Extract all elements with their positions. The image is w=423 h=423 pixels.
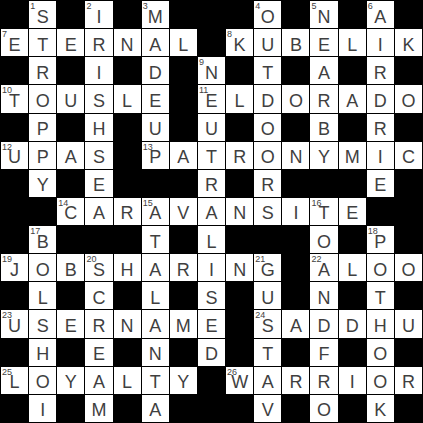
block-cell xyxy=(226,170,253,197)
grid-cell[interactable]: B xyxy=(57,254,84,281)
grid-cell[interactable]: I xyxy=(339,367,366,394)
cell-letter: I xyxy=(40,401,45,419)
clue-number: 22 xyxy=(311,254,321,264)
cell-letter: O xyxy=(373,261,387,279)
grid-cell[interactable]: T xyxy=(142,367,169,394)
block-cell xyxy=(254,226,281,253)
block-cell xyxy=(170,1,197,28)
grid-cell[interactable]: T xyxy=(254,339,281,366)
cell-letter: T xyxy=(375,289,386,307)
grid-cell[interactable]: R xyxy=(85,29,112,56)
block-cell xyxy=(114,282,141,309)
block-cell xyxy=(395,170,422,197)
cell-letter: B xyxy=(65,261,77,279)
block-cell xyxy=(57,1,84,28)
grid-cell[interactable]: E xyxy=(142,85,169,112)
grid-cell[interactable]: D xyxy=(198,339,225,366)
grid-cell[interactable]: N xyxy=(310,282,337,309)
block-cell xyxy=(282,226,309,253)
cell-letter: K xyxy=(374,401,386,419)
cell-letter: V xyxy=(262,401,274,419)
cell-letter: U xyxy=(261,36,274,54)
grid-cell[interactable]: R xyxy=(85,310,112,337)
cell-letter: R xyxy=(261,176,274,194)
grid-cell[interactable]: H xyxy=(367,310,394,337)
grid-cell[interactable]: L xyxy=(114,85,141,112)
grid-cell[interactable]: Y xyxy=(29,170,56,197)
grid-cell[interactable]: 1S xyxy=(29,1,56,28)
cell-letter: R xyxy=(289,373,302,391)
grid-cell[interactable]: E xyxy=(57,310,84,337)
cell-letter: N xyxy=(121,317,134,335)
grid-cell[interactable]: O xyxy=(310,395,337,422)
grid-cell[interactable]: V xyxy=(254,395,281,422)
cell-letter: O xyxy=(36,92,50,110)
grid-cell[interactable]: S xyxy=(85,85,112,112)
grid-cell[interactable]: R xyxy=(114,198,141,225)
grid-cell[interactable]: K xyxy=(367,395,394,422)
grid-cell[interactable]: R xyxy=(367,57,394,84)
clue-number: 25 xyxy=(2,367,12,377)
grid-cell[interactable]: R xyxy=(170,254,197,281)
block-cell xyxy=(57,57,84,84)
cell-letter: S xyxy=(205,289,217,307)
cell-letter: S xyxy=(262,204,274,222)
grid-cell[interactable]: O xyxy=(254,114,281,141)
cell-letter: S xyxy=(93,92,105,110)
cell-letter: S xyxy=(37,317,49,335)
clue-number: 7 xyxy=(2,29,7,39)
grid-cell[interactable]: O xyxy=(395,85,422,112)
grid-cell[interactable]: A xyxy=(282,310,309,337)
grid-cell[interactable]: R xyxy=(310,85,337,112)
cell-letter: E xyxy=(93,345,105,363)
grid-cell[interactable]: N xyxy=(226,198,253,225)
block-cell xyxy=(114,226,141,253)
cell-letter: K xyxy=(234,36,246,54)
grid-cell[interactable]: R xyxy=(310,367,337,394)
block-cell xyxy=(170,114,197,141)
block-cell xyxy=(339,114,366,141)
grid-cell[interactable]: O xyxy=(367,339,394,366)
grid-cell[interactable]: O xyxy=(254,142,281,169)
grid-cell[interactable]: I xyxy=(282,198,309,225)
cell-letter: Y xyxy=(65,373,77,391)
block-cell xyxy=(170,282,197,309)
cell-letter: F xyxy=(319,345,330,363)
block-cell xyxy=(198,367,225,394)
grid-cell[interactable]: C xyxy=(395,142,422,169)
grid-cell[interactable]: 23U xyxy=(1,310,28,337)
grid-cell[interactable]: N xyxy=(114,310,141,337)
block-cell xyxy=(57,395,84,422)
cell-letter: E xyxy=(93,176,105,194)
grid-cell[interactable]: N xyxy=(282,142,309,169)
grid-cell[interactable]: E xyxy=(85,170,112,197)
cell-letter: N xyxy=(233,204,246,222)
grid-cell[interactable]: M xyxy=(85,395,112,422)
grid-cell[interactable]: U xyxy=(142,114,169,141)
grid-cell[interactable]: N xyxy=(226,254,253,281)
grid-cell[interactable]: H xyxy=(29,339,56,366)
grid-cell[interactable]: Y xyxy=(170,367,197,394)
clue-number: 18 xyxy=(368,226,378,236)
cell-letter: P xyxy=(37,120,49,138)
grid-cell[interactable]: M xyxy=(339,142,366,169)
grid-cell[interactable]: I xyxy=(29,395,56,422)
grid-cell[interactable]: M xyxy=(170,310,197,337)
cell-letter: L xyxy=(122,373,132,391)
cell-letter: U xyxy=(261,289,274,307)
grid-cell[interactable]: T xyxy=(29,29,56,56)
grid-cell[interactable]: V xyxy=(170,198,197,225)
block-cell xyxy=(282,114,309,141)
cell-letter: M xyxy=(345,148,360,166)
block-cell xyxy=(395,1,422,28)
grid-cell[interactable]: O xyxy=(282,85,309,112)
cell-letter: O xyxy=(36,261,50,279)
block-cell xyxy=(57,226,84,253)
grid-cell[interactable]: U xyxy=(254,282,281,309)
grid-cell[interactable]: E xyxy=(310,29,337,56)
grid-cell[interactable]: 19J xyxy=(1,254,28,281)
cell-letter: A xyxy=(318,64,330,82)
grid-cell[interactable]: O xyxy=(367,254,394,281)
grid-cell[interactable]: U xyxy=(254,29,281,56)
cell-letter: E xyxy=(205,317,217,335)
block-cell xyxy=(339,1,366,28)
cell-letter: O xyxy=(289,92,303,110)
grid-cell[interactable]: L xyxy=(339,254,366,281)
grid-cell[interactable]: 12U xyxy=(1,142,28,169)
cell-letter: E xyxy=(149,92,161,110)
grid-cell[interactable]: E xyxy=(198,310,225,337)
cell-letter: A xyxy=(346,92,358,110)
cell-letter: D xyxy=(346,317,359,335)
cell-letter: L xyxy=(122,92,132,110)
cell-letter: D xyxy=(318,317,331,335)
block-cell xyxy=(57,114,84,141)
block-cell xyxy=(198,1,225,28)
grid-cell[interactable]: 24S xyxy=(254,310,281,337)
grid-cell[interactable]: A xyxy=(142,254,169,281)
cell-letter: E xyxy=(9,36,21,54)
grid-cell[interactable]: A xyxy=(339,85,366,112)
cell-letter: B xyxy=(290,36,302,54)
grid-cell[interactable]: A xyxy=(85,367,112,394)
grid-cell[interactable]: T xyxy=(198,142,225,169)
grid-cell[interactable]: A xyxy=(254,367,281,394)
clue-number: 20 xyxy=(86,254,96,264)
grid-cell[interactable]: R xyxy=(395,367,422,394)
cell-letter: O xyxy=(401,261,415,279)
grid-cell[interactable]: U xyxy=(57,85,84,112)
cell-letter: T xyxy=(206,148,217,166)
grid-cell[interactable]: D xyxy=(254,85,281,112)
cell-letter: T xyxy=(262,345,273,363)
grid-cell[interactable]: E xyxy=(339,198,366,225)
cell-letter: T xyxy=(37,36,48,54)
grid-cell[interactable]: L xyxy=(142,282,169,309)
cell-letter: N xyxy=(121,36,134,54)
grid-cell[interactable]: B xyxy=(282,29,309,56)
block-cell xyxy=(1,1,28,28)
cell-letter: U xyxy=(402,317,415,335)
grid-cell[interactable]: A xyxy=(142,29,169,56)
block-cell xyxy=(1,57,28,84)
block-cell xyxy=(170,395,197,422)
grid-cell[interactable]: A xyxy=(85,198,112,225)
block-cell xyxy=(142,170,169,197)
cell-letter: C xyxy=(402,148,415,166)
cell-letter: L xyxy=(150,289,160,307)
grid-cell[interactable]: 26W xyxy=(226,367,253,394)
grid-cell[interactable]: S xyxy=(254,198,281,225)
grid-cell[interactable]: B xyxy=(310,114,337,141)
block-cell xyxy=(282,395,309,422)
cell-letter: T xyxy=(150,233,161,251)
grid-cell[interactable]: C xyxy=(85,282,112,309)
cell-letter: O xyxy=(317,401,331,419)
grid-cell[interactable]: H xyxy=(114,254,141,281)
grid-cell[interactable]: T xyxy=(142,226,169,253)
grid-cell[interactable]: P xyxy=(29,142,56,169)
cell-letter: V xyxy=(177,204,189,222)
grid-cell[interactable]: A xyxy=(310,57,337,84)
grid-cell[interactable]: A xyxy=(170,142,197,169)
grid-cell[interactable]: I xyxy=(198,254,225,281)
cell-letter: I xyxy=(378,36,383,54)
grid-cell[interactable]: A xyxy=(57,142,84,169)
block-cell xyxy=(170,339,197,366)
grid-cell[interactable]: L xyxy=(198,226,225,253)
cell-letter: Y xyxy=(177,373,189,391)
block-cell xyxy=(170,226,197,253)
block-cell xyxy=(282,282,309,309)
grid-cell[interactable]: 16T xyxy=(310,198,337,225)
cell-letter: M xyxy=(91,401,106,419)
cell-letter: S xyxy=(37,8,49,26)
cell-letter: A xyxy=(149,261,161,279)
clue-number: 8 xyxy=(227,29,232,39)
clue-number: 3 xyxy=(143,1,148,11)
grid-cell[interactable]: 17B xyxy=(29,226,56,253)
grid-cell[interactable]: 10T xyxy=(1,85,28,112)
cell-letter: U xyxy=(64,92,77,110)
block-cell xyxy=(226,395,253,422)
cell-letter: P xyxy=(37,148,49,166)
cell-letter: I xyxy=(96,64,101,82)
grid-cell[interactable]: E xyxy=(57,29,84,56)
block-cell xyxy=(170,85,197,112)
grid-cell[interactable]: A xyxy=(142,310,169,337)
cell-letter: O xyxy=(261,8,275,26)
grid-cell[interactable]: L xyxy=(339,29,366,56)
grid-cell[interactable]: 21G xyxy=(254,254,281,281)
block-cell xyxy=(339,57,366,84)
cell-letter: R xyxy=(177,261,190,279)
clue-number: 13 xyxy=(143,142,153,152)
block-cell xyxy=(339,282,366,309)
cell-letter: D xyxy=(261,92,274,110)
block-cell xyxy=(226,1,253,28)
grid-cell[interactable]: R xyxy=(254,170,281,197)
grid-cell[interactable]: R xyxy=(367,114,394,141)
cell-letter: H xyxy=(121,261,134,279)
block-cell xyxy=(85,226,112,253)
grid-cell[interactable]: A xyxy=(198,198,225,225)
cell-letter: E xyxy=(318,36,330,54)
grid-cell[interactable]: 7E xyxy=(1,29,28,56)
clue-number: 15 xyxy=(143,198,153,208)
grid-cell[interactable]: I xyxy=(367,142,394,169)
grid-cell[interactable]: K xyxy=(395,29,422,56)
block-cell xyxy=(114,142,141,169)
grid-cell[interactable]: 25L xyxy=(1,367,28,394)
grid-cell[interactable]: R xyxy=(198,170,225,197)
cell-letter: R xyxy=(374,120,387,138)
grid-cell[interactable]: 5N xyxy=(310,1,337,28)
cell-letter: O xyxy=(373,345,387,363)
cell-letter: O xyxy=(373,373,387,391)
grid-cell[interactable]: Y xyxy=(57,367,84,394)
block-cell xyxy=(282,57,309,84)
cell-letter: A xyxy=(262,373,274,391)
block-cell xyxy=(282,170,309,197)
cell-letter: S xyxy=(93,148,105,166)
block-cell xyxy=(395,57,422,84)
grid-cell[interactable]: D xyxy=(339,310,366,337)
cell-letter: R xyxy=(92,317,105,335)
grid-cell[interactable]: S xyxy=(29,310,56,337)
cell-letter: U xyxy=(205,120,218,138)
grid-cell[interactable]: A xyxy=(142,395,169,422)
grid-cell[interactable]: D xyxy=(367,85,394,112)
grid-cell[interactable]: U xyxy=(395,310,422,337)
grid-cell[interactable]: 22A xyxy=(310,254,337,281)
grid-cell[interactable]: 8K xyxy=(226,29,253,56)
block-cell xyxy=(114,57,141,84)
crossword-board: 1S2I3M4O5N6A7ETERNAL8KUBELIKRID9NTAR10TO… xyxy=(0,0,423,423)
cell-letter: H xyxy=(36,345,49,363)
clue-number: 16 xyxy=(311,198,321,208)
grid-cell[interactable]: O xyxy=(367,367,394,394)
cell-letter: N xyxy=(318,289,331,307)
grid-cell[interactable]: O xyxy=(29,254,56,281)
grid-cell[interactable]: 6A xyxy=(367,1,394,28)
cell-letter: E xyxy=(65,317,77,335)
grid-cell[interactable]: N xyxy=(142,339,169,366)
clue-number: 17 xyxy=(30,226,40,236)
block-cell xyxy=(395,198,422,225)
grid-cell[interactable]: 4O xyxy=(254,1,281,28)
block-cell xyxy=(114,1,141,28)
grid-cell[interactable]: I xyxy=(367,29,394,56)
grid-cell[interactable]: T xyxy=(367,282,394,309)
grid-cell[interactable]: R xyxy=(226,142,253,169)
grid-cell[interactable]: 18P xyxy=(367,226,394,253)
cell-letter: M xyxy=(176,317,191,335)
cell-letter: Y xyxy=(318,148,330,166)
block-cell xyxy=(29,198,56,225)
grid-cell[interactable]: R xyxy=(29,57,56,84)
grid-cell[interactable]: 14C xyxy=(57,198,84,225)
grid-cell[interactable]: E xyxy=(367,170,394,197)
block-cell xyxy=(395,226,422,253)
cell-letter: R xyxy=(318,92,331,110)
cell-letter: O xyxy=(401,92,415,110)
grid-cell[interactable]: H xyxy=(85,114,112,141)
cell-letter: O xyxy=(261,148,275,166)
grid-cell[interactable]: O xyxy=(29,367,56,394)
block-cell xyxy=(1,282,28,309)
cell-letter: N xyxy=(205,64,218,82)
grid-cell[interactable]: T xyxy=(254,57,281,84)
clue-number: 2 xyxy=(86,1,91,11)
grid-cell[interactable]: P xyxy=(29,114,56,141)
cell-letter: B xyxy=(318,120,330,138)
block-cell xyxy=(226,57,253,84)
grid-cell[interactable]: S xyxy=(85,142,112,169)
grid-cell[interactable]: Y xyxy=(310,142,337,169)
grid-cell[interactable]: O xyxy=(310,226,337,253)
block-cell xyxy=(57,339,84,366)
block-cell xyxy=(1,339,28,366)
grid-cell[interactable]: 9N xyxy=(198,57,225,84)
cell-letter: R xyxy=(205,176,218,194)
grid-cell[interactable]: D xyxy=(142,57,169,84)
grid-cell[interactable]: U xyxy=(198,114,225,141)
grid-cell[interactable]: I xyxy=(85,57,112,84)
cell-letter: N xyxy=(233,261,246,279)
block-cell xyxy=(1,198,28,225)
block-cell xyxy=(226,282,253,309)
grid-cell[interactable]: 2I xyxy=(85,1,112,28)
grid-cell[interactable]: 11E xyxy=(198,85,225,112)
block-cell xyxy=(114,395,141,422)
grid-cell[interactable]: 13P xyxy=(142,142,169,169)
grid-cell[interactable]: L xyxy=(114,367,141,394)
cell-letter: K xyxy=(402,36,414,54)
grid-cell[interactable]: 20S xyxy=(85,254,112,281)
cell-letter: A xyxy=(149,36,161,54)
clue-number: 14 xyxy=(58,198,68,208)
grid-cell[interactable]: E xyxy=(85,339,112,366)
grid-cell[interactable]: L xyxy=(170,29,197,56)
grid-cell[interactable]: L xyxy=(29,282,56,309)
grid-cell[interactable]: S xyxy=(198,282,225,309)
cell-letter: L xyxy=(206,233,216,251)
cell-letter: E xyxy=(374,176,386,194)
cell-letter: D xyxy=(149,64,162,82)
cell-letter: I xyxy=(350,373,355,391)
clue-number: 12 xyxy=(2,142,12,152)
cell-letter: N xyxy=(289,148,302,166)
grid-cell[interactable]: O xyxy=(395,254,422,281)
clue-number: 23 xyxy=(2,310,12,320)
grid-cell[interactable]: F xyxy=(310,339,337,366)
block-cell xyxy=(114,339,141,366)
cell-letter: O xyxy=(261,120,275,138)
grid-cell[interactable]: D xyxy=(310,310,337,337)
grid-cell[interactable]: 15A xyxy=(142,198,169,225)
cell-letter: I xyxy=(209,261,214,279)
grid-cell[interactable]: L xyxy=(226,85,253,112)
grid-cell[interactable]: O xyxy=(29,85,56,112)
grid-cell[interactable]: N xyxy=(114,29,141,56)
grid-cell[interactable]: 3M xyxy=(142,1,169,28)
grid-cell[interactable]: R xyxy=(282,367,309,394)
